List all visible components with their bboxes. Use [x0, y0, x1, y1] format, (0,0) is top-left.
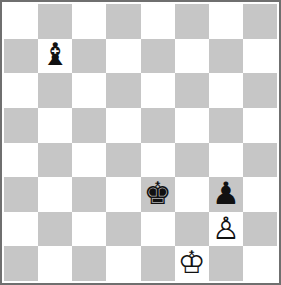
- square-h5[interactable]: [243, 108, 277, 143]
- square-f6[interactable]: [175, 73, 209, 108]
- square-b3[interactable]: [38, 177, 72, 212]
- square-h7[interactable]: [243, 39, 277, 74]
- square-e5[interactable]: [141, 108, 175, 143]
- square-d7[interactable]: [106, 39, 140, 74]
- square-g3[interactable]: ♟: [209, 177, 243, 212]
- square-c1[interactable]: [72, 246, 106, 281]
- square-c4[interactable]: [72, 143, 106, 178]
- square-c2[interactable]: [72, 212, 106, 247]
- square-f2[interactable]: [175, 212, 209, 247]
- square-d3[interactable]: [106, 177, 140, 212]
- square-a5[interactable]: [4, 108, 38, 143]
- square-d2[interactable]: [106, 212, 140, 247]
- square-c5[interactable]: [72, 108, 106, 143]
- square-e3[interactable]: ♚: [141, 177, 175, 212]
- square-f1[interactable]: ♔: [175, 246, 209, 281]
- white-king: ♔: [178, 247, 206, 278]
- square-d8[interactable]: [106, 4, 140, 39]
- square-g5[interactable]: [209, 108, 243, 143]
- square-a1[interactable]: [4, 246, 38, 281]
- square-h6[interactable]: [243, 73, 277, 108]
- square-e6[interactable]: [141, 73, 175, 108]
- square-g7[interactable]: [209, 39, 243, 74]
- square-b8[interactable]: [38, 4, 72, 39]
- square-c3[interactable]: [72, 177, 106, 212]
- square-f3[interactable]: [175, 177, 209, 212]
- square-a6[interactable]: [4, 73, 38, 108]
- square-g1[interactable]: [209, 246, 243, 281]
- square-g2[interactable]: ♙: [209, 212, 243, 247]
- square-c8[interactable]: [72, 4, 106, 39]
- square-g6[interactable]: [209, 73, 243, 108]
- black-king: ♚: [144, 178, 172, 209]
- square-h3[interactable]: [243, 177, 277, 212]
- square-b6[interactable]: [38, 73, 72, 108]
- square-e8[interactable]: [141, 4, 175, 39]
- white-pawn: ♙: [212, 213, 240, 244]
- black-bishop: ♝: [41, 39, 69, 70]
- square-e7[interactable]: [141, 39, 175, 74]
- square-f5[interactable]: [175, 108, 209, 143]
- square-a8[interactable]: [4, 4, 38, 39]
- square-h4[interactable]: [243, 143, 277, 178]
- square-h8[interactable]: [243, 4, 277, 39]
- square-f4[interactable]: [175, 143, 209, 178]
- square-f8[interactable]: [175, 4, 209, 39]
- square-b4[interactable]: [38, 143, 72, 178]
- square-e1[interactable]: [141, 246, 175, 281]
- square-f7[interactable]: [175, 39, 209, 74]
- square-a7[interactable]: [4, 39, 38, 74]
- square-a4[interactable]: [4, 143, 38, 178]
- square-b7[interactable]: ♝: [38, 39, 72, 74]
- square-g4[interactable]: [209, 143, 243, 178]
- chess-board: ♝♚♟♙♔: [4, 4, 277, 281]
- square-d4[interactable]: [106, 143, 140, 178]
- square-c7[interactable]: [72, 39, 106, 74]
- square-b2[interactable]: [38, 212, 72, 247]
- square-h1[interactable]: [243, 246, 277, 281]
- square-d5[interactable]: [106, 108, 140, 143]
- square-b1[interactable]: [38, 246, 72, 281]
- square-h2[interactable]: [243, 212, 277, 247]
- square-e2[interactable]: [141, 212, 175, 247]
- square-c6[interactable]: [72, 73, 106, 108]
- chess-board-frame: ♝♚♟♙♔: [0, 0, 281, 285]
- square-b5[interactable]: [38, 108, 72, 143]
- square-a2[interactable]: [4, 212, 38, 247]
- square-a3[interactable]: [4, 177, 38, 212]
- black-pawn: ♟: [212, 178, 240, 209]
- square-g8[interactable]: [209, 4, 243, 39]
- square-d1[interactable]: [106, 246, 140, 281]
- square-d6[interactable]: [106, 73, 140, 108]
- square-e4[interactable]: [141, 143, 175, 178]
